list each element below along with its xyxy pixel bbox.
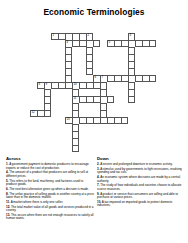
grid-cell[interactable]	[65, 68, 72, 75]
across-heading: Across	[6, 156, 94, 161]
grid-cell[interactable]	[128, 68, 135, 75]
grid-cell[interactable]	[72, 33, 79, 40]
grid-cell[interactable]	[58, 33, 65, 40]
grid-cell[interactable]	[93, 40, 100, 47]
grid-cell[interactable]	[79, 40, 86, 47]
grid-cell[interactable]	[128, 40, 135, 47]
puzzle-title: Economic Terminologies	[0, 7, 188, 17]
grid-cell[interactable]	[128, 75, 135, 82]
grid-cell[interactable]	[149, 40, 156, 47]
grid-cell[interactable]	[86, 82, 93, 89]
grid-cell[interactable]: 10	[72, 82, 79, 89]
grid-cell[interactable]	[86, 54, 93, 61]
clue-item: 3. A stimulus used by governments to fig…	[97, 168, 185, 175]
grid-cell[interactable]	[65, 82, 72, 89]
clue-item: 8. The unfair practice of selling goods …	[6, 193, 94, 200]
clue-item: 12. The total market value of all goods …	[6, 206, 94, 213]
clue-number: 10	[74, 83, 77, 86]
grid-cell[interactable]	[44, 89, 51, 96]
grid-cell[interactable]: 7	[100, 75, 107, 82]
grid-cell[interactable]: 8	[37, 82, 44, 89]
clue-item: 1. A government payment to domestic prod…	[6, 163, 94, 170]
clue-number: 3	[130, 34, 132, 37]
grid-cell[interactable]: 2	[86, 33, 93, 40]
grid-cell[interactable]	[135, 75, 142, 82]
grid-cell[interactable]	[44, 110, 51, 117]
grid-cell[interactable]	[128, 96, 135, 103]
grid-cell[interactable]	[44, 103, 51, 110]
clue-number: 1	[53, 34, 55, 37]
clue-item-text: A market where there is only one seller.	[10, 200, 63, 204]
clue-item: 7. The study of how individuals and soci…	[97, 184, 185, 191]
grid-cell[interactable]: 1	[51, 33, 58, 40]
grid-cell[interactable]	[114, 117, 121, 124]
clue-item-text: The next best alternative given up when …	[9, 187, 89, 191]
clue-number: 11	[74, 97, 77, 100]
grid-cell[interactable]	[44, 96, 51, 103]
clue-number: 12	[32, 111, 35, 114]
clue-item-text: This occurs when there are not enough re…	[6, 213, 94, 221]
grid-cell[interactable]	[100, 96, 107, 103]
grid-cell[interactable]	[65, 33, 72, 40]
grid-cell[interactable]	[65, 75, 72, 82]
clue-item: 9. A product or service that consumers a…	[97, 193, 185, 200]
crossword-grid: 12345678910111213	[30, 33, 157, 153]
clue-item-text: The study of how individuals and societi…	[97, 183, 181, 191]
grid-cell[interactable]	[65, 61, 72, 68]
clue-item-text: A severe and prolonged downturn in econo…	[100, 162, 173, 166]
grid-cell[interactable]	[79, 82, 86, 89]
grid-cell[interactable]	[128, 89, 135, 96]
grid-cell[interactable]	[72, 131, 79, 138]
clue-number: 2	[88, 34, 90, 37]
grid-cell[interactable]	[107, 117, 114, 124]
grid-cell[interactable]	[128, 61, 135, 68]
grid-cell[interactable]	[121, 117, 128, 124]
grid-cell[interactable]: 12	[30, 110, 37, 117]
grid-cell[interactable]	[114, 40, 121, 47]
clue-item: 13. This occurs when there are not enoug…	[6, 214, 94, 221]
across-clues: Across 1. A government payment to domest…	[6, 156, 94, 222]
grid-cell[interactable]	[72, 89, 79, 96]
grid-cell[interactable]	[58, 82, 65, 89]
grid-cell[interactable]	[86, 61, 93, 68]
grid-cell[interactable]: 4	[65, 40, 72, 47]
clue-item-text: A stimulus used by governments to fight …	[97, 167, 182, 175]
grid-cell[interactable]: 13	[65, 117, 72, 124]
clue-number: 5	[109, 41, 111, 44]
clue-item: 4. The amount of a product that producer…	[6, 171, 94, 178]
grid-cell[interactable]	[86, 68, 93, 75]
clue-number: 6	[95, 76, 97, 79]
clue-item: 4. An economic system where decisions ar…	[97, 176, 185, 183]
grid-cell[interactable]	[86, 96, 93, 103]
grid-cell[interactable]	[142, 40, 149, 47]
grid-cell[interactable]	[128, 82, 135, 89]
grid-cell[interactable]	[72, 110, 79, 117]
grid-cell[interactable]	[72, 40, 79, 47]
clue-number: 13	[67, 118, 70, 121]
clue-number: 9	[46, 83, 48, 86]
across-clue-list: 1. A government payment to domestic prod…	[6, 163, 94, 221]
grid-cell[interactable]: 5	[107, 40, 114, 47]
grid-cell[interactable]: 3	[128, 33, 135, 40]
grid-cell[interactable]	[107, 75, 114, 82]
grid-cell[interactable]	[79, 96, 86, 103]
grid-cell[interactable]	[100, 89, 107, 96]
clue-item-text: The total market value of all goods and …	[6, 205, 94, 213]
clue-item: 10. A tax imposed on imported goods to p…	[97, 201, 185, 208]
grid-cell[interactable]	[100, 103, 107, 110]
grid-cell[interactable]	[93, 96, 100, 103]
grid-cell[interactable]	[86, 117, 93, 124]
grid-cell[interactable]	[100, 82, 107, 89]
grid-cell[interactable]	[149, 75, 156, 82]
grid-cell[interactable]	[100, 117, 107, 124]
clue-item-text: The amount of a product that producers a…	[6, 170, 88, 178]
clue-item-text: A tax imposed on imported goods to prote…	[97, 200, 173, 208]
grid-cell[interactable]: 9	[44, 82, 51, 89]
grid-cell[interactable]	[72, 124, 79, 131]
down-clue-list: 2. A severe and prolonged downturn in ec…	[97, 163, 185, 208]
grid-cell[interactable]	[65, 47, 72, 54]
down-clues: Down 2. A severe and prolonged downturn …	[97, 156, 185, 209]
grid-cell[interactable]	[121, 40, 128, 47]
grid-cell[interactable]	[100, 110, 107, 117]
clue-item-text: The unfair practice of selling goods in …	[6, 192, 94, 200]
grid-cell[interactable]	[65, 54, 72, 61]
clue-item-text: A government payment to domestic produce…	[6, 162, 89, 170]
grid-cell[interactable]	[142, 75, 149, 82]
grid-cell[interactable]	[93, 82, 100, 89]
grid-cell[interactable]	[128, 47, 135, 54]
grid-cell[interactable]	[107, 96, 114, 103]
grid-cell[interactable]	[72, 103, 79, 110]
grid-cell[interactable]	[79, 33, 86, 40]
clue-item-text: An economic system where decisions are m…	[97, 175, 180, 183]
clue-item-text: A product or service that consumers are …	[97, 192, 178, 200]
grid-cell[interactable]	[37, 110, 44, 117]
grid-cell[interactable]	[93, 117, 100, 124]
clue-item: 5. This refers to the land, machinery, a…	[6, 180, 94, 187]
grid-cell[interactable]: 6	[93, 75, 100, 82]
grid-cell[interactable]	[128, 54, 135, 61]
grid-cell[interactable]	[121, 75, 128, 82]
clue-item-text: This refers to the land, machinery, and …	[6, 179, 83, 187]
grid-cell[interactable]	[86, 40, 93, 47]
grid-cell[interactable]	[72, 138, 79, 145]
grid-cell[interactable]	[114, 75, 121, 82]
grid-cell[interactable]	[72, 117, 79, 124]
grid-cell[interactable]	[135, 40, 142, 47]
grid-cell[interactable]	[86, 47, 93, 54]
grid-cell[interactable]	[51, 82, 58, 89]
clue-number: 7	[102, 76, 104, 79]
grid-cell[interactable]: 11	[72, 96, 79, 103]
grid-cell[interactable]	[79, 117, 86, 124]
down-heading: Down	[97, 156, 185, 161]
clue-number: 8	[39, 83, 41, 86]
grid-cell[interactable]	[72, 145, 79, 152]
clue-number: 4	[67, 41, 69, 44]
